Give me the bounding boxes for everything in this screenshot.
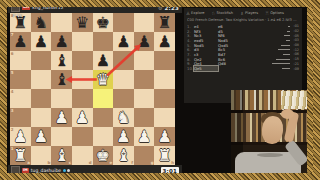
overlay-timer: 2:18	[13, 13, 22, 18]
square-h7[interactable]: ♟	[154, 32, 175, 51]
square-d1[interactable]: d	[72, 146, 93, 165]
panel-tabs: ♙Explore♘Stockfish♗Players♖Options	[186, 9, 300, 17]
bottom-clock: 3:01	[161, 167, 179, 174]
square-h5[interactable]	[154, 70, 175, 89]
white-pawn-piece[interactable]: ♟	[113, 127, 134, 146]
square-b3[interactable]	[31, 108, 52, 127]
bookshelf-books	[281, 91, 309, 109]
knight-icon: ♘	[212, 11, 216, 16]
opening-name: C00 French Defense: Two Knights Variatio…	[187, 18, 297, 22]
square-h1[interactable]: h♜	[154, 146, 175, 165]
move-time: :02	[290, 29, 299, 33]
square-e6[interactable]: ♟	[93, 51, 114, 70]
top-avatar	[11, 3, 20, 12]
flair-icon	[63, 169, 66, 172]
square-h2[interactable]: ♟	[154, 127, 175, 146]
white-pawn-piece[interactable]: ♟	[51, 108, 72, 127]
square-e7[interactable]	[93, 32, 114, 51]
square-g4[interactable]	[134, 89, 155, 108]
rank-label: 6	[11, 51, 14, 56]
flair-icon	[67, 169, 70, 172]
square-h4[interactable]	[154, 89, 175, 108]
move-time-bar	[282, 68, 290, 69]
black-knight-piece[interactable]: ♞	[31, 13, 52, 32]
gear-icon[interactable]: ⚙	[158, 5, 162, 11]
move-time: :09	[290, 67, 299, 71]
square-g5[interactable]	[134, 70, 155, 89]
square-e2[interactable]	[93, 127, 114, 146]
square-c4[interactable]	[51, 89, 72, 108]
square-d5[interactable]	[72, 70, 93, 89]
square-d2[interactable]	[72, 127, 93, 146]
black-pawn-piece[interactable]: ♟	[10, 32, 31, 51]
move-time-bar	[272, 63, 290, 64]
square-c5[interactable]: ♝	[51, 70, 72, 89]
square-a1[interactable]: 1a♜	[10, 146, 31, 165]
rank-label: 4	[11, 89, 14, 94]
square-f1[interactable]: f♝	[113, 146, 134, 165]
move-time-bar	[281, 45, 290, 46]
top-player-name: kng_hunter12	[32, 5, 63, 10]
move-list: 1.e4e6:012.Nf3d5:023.Nc3Nf6:054.exd5Nxd5…	[187, 24, 299, 71]
picture-frame	[307, 0, 320, 180]
square-g8[interactable]	[134, 13, 155, 32]
square-a5[interactable]: 5	[10, 70, 31, 89]
square-b8[interactable]: ♞	[31, 13, 52, 32]
tab-explore[interactable]: ♙Explore	[186, 11, 205, 16]
top-player-bar: GM kng_hunter12 ⚙ 2:23	[8, 2, 182, 13]
square-b2[interactable]: ♟	[31, 127, 52, 146]
white-pawn-piece[interactable]: ♟	[72, 108, 93, 127]
square-e3[interactable]	[93, 108, 114, 127]
tab-label: Stockfish	[217, 11, 233, 15]
white-pawn-piece[interactable]: ♟	[154, 127, 175, 146]
move-time: :01	[290, 24, 299, 28]
square-b6[interactable]	[31, 51, 52, 70]
square-c6[interactable]: ♝	[51, 51, 72, 70]
white-rook-piece[interactable]: ♜	[154, 146, 175, 165]
square-g1[interactable]: g	[134, 146, 155, 165]
square-f2[interactable]: ♟	[113, 127, 134, 146]
move-time-bar	[283, 54, 290, 55]
move-time: :06	[290, 52, 299, 56]
tab-options[interactable]: ♖Options	[265, 11, 284, 16]
square-a3[interactable]: 3	[10, 108, 31, 127]
white-pawn-piece[interactable]: ♟	[10, 127, 31, 146]
square-b7[interactable]: ♟	[31, 32, 52, 51]
square-b5[interactable]	[31, 70, 52, 89]
square-d7[interactable]	[72, 32, 93, 51]
tab-label: Players	[245, 11, 258, 15]
square-a6[interactable]: 6	[10, 51, 31, 70]
white-knight-piece[interactable]: ♞	[113, 108, 134, 127]
square-d6[interactable]	[72, 51, 93, 70]
square-a7[interactable]: 7♟	[10, 32, 31, 51]
tab-players[interactable]: ♗Players	[240, 11, 258, 16]
square-g3[interactable]	[134, 108, 155, 127]
move-time: :12	[290, 48, 299, 52]
black-move[interactable]: Qd8	[218, 61, 244, 66]
square-f7[interactable]: ♟	[113, 32, 134, 51]
bottom-player-name: tug_dashuibe	[31, 168, 61, 173]
move-time: :21	[290, 62, 299, 66]
white-pawn-piece[interactable]: ♟	[134, 127, 155, 146]
black-pawn-piece[interactable]: ♟	[51, 32, 72, 51]
tab-label: Explore	[191, 11, 205, 15]
black-pawn-piece[interactable]: ♟	[154, 32, 175, 51]
square-h8[interactable]: ♜	[154, 13, 175, 32]
square-g2[interactable]: ♟	[134, 127, 155, 146]
shirt-collar	[257, 153, 283, 157]
chess-board[interactable]: 8♜♞♛♚♜7♟♟♟♟♟♟6♝♟5♝♛43♟♟♞2♟♟♟♟♟1a♜bc♝de♚f…	[10, 13, 175, 165]
pawn-icon: ♙	[186, 11, 190, 16]
white-rook-piece[interactable]: ♜	[10, 146, 31, 165]
square-e8[interactable]: ♚	[93, 13, 114, 32]
black-pawn-piece[interactable]: ♟	[134, 32, 155, 51]
square-d4[interactable]	[72, 89, 93, 108]
square-a2[interactable]: 2♟	[10, 127, 31, 146]
analysis-panel: ♙Explore♘Stockfish♗Players♖Options C00 F…	[184, 8, 302, 103]
white-bishop-piece[interactable]: ♝	[51, 146, 72, 165]
square-e4[interactable]	[93, 89, 114, 108]
black-bishop-piece[interactable]: ♝	[51, 70, 72, 89]
black-pawn-piece[interactable]: ♟	[93, 51, 114, 70]
top-title-badge: GM	[22, 5, 30, 10]
black-pawn-piece[interactable]: ♟	[113, 32, 134, 51]
square-f6[interactable]	[113, 51, 134, 70]
bottom-avatar	[11, 166, 20, 175]
tab-label: Options	[270, 11, 284, 15]
square-e5[interactable]: ♛	[93, 70, 114, 89]
move-time: :03	[290, 38, 299, 42]
white-pawn-piece[interactable]: ♟	[31, 127, 52, 146]
square-c3[interactable]: ♟	[51, 108, 72, 127]
square-e1[interactable]: e♚	[93, 146, 114, 165]
square-g7[interactable]: ♟	[134, 32, 155, 51]
black-king-piece[interactable]: ♚	[93, 13, 114, 32]
square-f8[interactable]	[113, 13, 134, 32]
square-b1[interactable]: b	[31, 146, 52, 165]
black-pawn-piece[interactable]: ♟	[31, 32, 52, 51]
move-time-bar	[276, 59, 290, 60]
top-clock: 2:23	[165, 5, 179, 11]
black-bishop-piece[interactable]: ♝	[51, 51, 72, 70]
move-time: :05	[290, 34, 299, 38]
square-f4[interactable]	[113, 89, 134, 108]
white-bishop-piece[interactable]: ♝	[113, 146, 134, 165]
square-f5[interactable]	[113, 70, 134, 89]
bishop-icon: ♗	[240, 11, 244, 16]
square-a4[interactable]: 4	[10, 89, 31, 108]
streamer-hand	[281, 109, 294, 119]
white-move[interactable]: Qe5	[194, 66, 218, 71]
move-time-bar	[278, 49, 290, 50]
black-queen-piece[interactable]: ♛	[72, 13, 93, 32]
rank-label: 5	[11, 70, 14, 75]
square-g6[interactable]	[134, 51, 155, 70]
square-f3[interactable]: ♞	[113, 108, 134, 127]
square-h3[interactable]	[154, 108, 175, 127]
move-time: :15	[290, 57, 299, 61]
rank-label: 3	[11, 108, 14, 113]
white-queen-piece[interactable]: ♛	[93, 70, 114, 89]
stream-layout: GM kng_hunter12 ⚙ 2:23 8♜♞♛♚♜7♟♟♟♟♟♟6♝♟5…	[0, 0, 320, 180]
square-d3[interactable]: ♟	[72, 108, 93, 127]
square-b4[interactable]	[31, 89, 52, 108]
square-c8[interactable]	[51, 13, 72, 32]
move-time: :08	[290, 43, 299, 47]
white-king-piece[interactable]: ♚	[93, 146, 114, 165]
square-h6[interactable]	[154, 51, 175, 70]
bottom-player-bar: IM tug_dashuibe 3:01	[8, 165, 182, 176]
rook-icon: ♖	[265, 11, 269, 16]
square-d8[interactable]: ♛	[72, 13, 93, 32]
move-row: 10.Qe5:09	[187, 66, 299, 71]
black-rook-piece[interactable]: ♜	[154, 13, 175, 32]
webcam	[231, 90, 311, 173]
bottom-title-badge: IM	[22, 168, 29, 173]
square-c1[interactable]: c♝	[51, 146, 72, 165]
square-c2[interactable]	[51, 127, 72, 146]
tab-stockfish[interactable]: ♘Stockfish	[212, 11, 233, 16]
square-c7[interactable]: ♟	[51, 32, 72, 51]
move-number: 10.	[187, 66, 194, 71]
